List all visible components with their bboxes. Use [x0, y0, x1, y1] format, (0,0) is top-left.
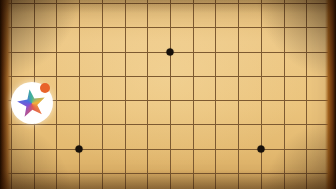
star-point [166, 48, 173, 55]
grid-line-vertical [238, 0, 239, 189]
app-logo [11, 82, 53, 124]
grid-line-vertical [79, 0, 80, 189]
board-left-edge [0, 0, 12, 189]
grid-line-vertical [102, 0, 103, 189]
grid-line-horizontal [0, 76, 336, 77]
grid-line-vertical [193, 0, 194, 189]
grid-line-vertical [284, 0, 285, 189]
grid-line-vertical [170, 0, 171, 189]
grid-line-horizontal [0, 173, 336, 174]
grid-line-vertical [261, 0, 262, 189]
grid-line-vertical [56, 0, 57, 189]
grid-line-horizontal [0, 27, 336, 28]
gomoku-board[interactable] [0, 0, 336, 189]
grid-line-horizontal [0, 149, 336, 150]
grid-line-vertical [147, 0, 148, 189]
star-point [257, 145, 264, 152]
grid-line-vertical [306, 0, 307, 189]
grid-line-horizontal [0, 124, 336, 125]
orange-dot-icon [40, 83, 50, 93]
grid-line-vertical [125, 0, 126, 189]
grid-line-horizontal [0, 3, 336, 4]
star-point [76, 145, 83, 152]
grid-line-vertical [215, 0, 216, 189]
board-right-edge [325, 0, 336, 189]
